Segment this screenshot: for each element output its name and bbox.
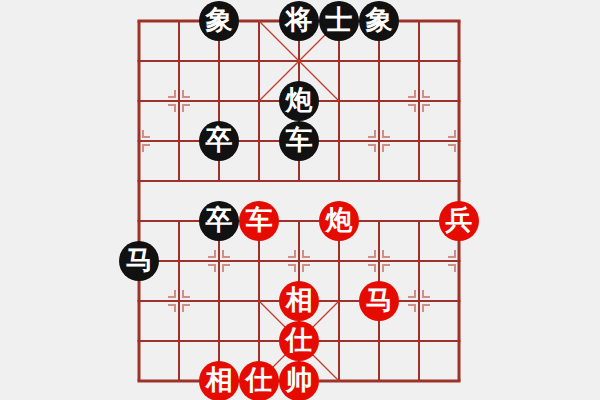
piece-glyph: 仕 — [286, 327, 313, 354]
piece-glyph: 仕 — [246, 367, 273, 394]
piece-glyph: 象 — [206, 7, 233, 34]
piece-black-elephant[interactable]: 象 — [199, 1, 239, 41]
piece-glyph: 象 — [366, 7, 393, 34]
xiangqi-pieces-layer: 象将士象炮卒车卒马车炮兵相马仕相仕帅 — [119, 1, 479, 400]
piece-glyph: 车 — [246, 207, 273, 234]
piece-glyph: 卒 — [206, 127, 233, 154]
piece-red-chariot[interactable]: 车 — [239, 201, 279, 241]
piece-glyph: 炮 — [286, 87, 313, 114]
piece-glyph: 帅 — [286, 367, 313, 394]
piece-glyph: 炮 — [326, 207, 353, 234]
piece-red-elephant[interactable]: 相 — [279, 281, 319, 321]
piece-black-general[interactable]: 将 — [279, 1, 319, 41]
piece-glyph: 兵 — [446, 207, 473, 234]
piece-black-chariot[interactable]: 车 — [279, 121, 319, 161]
piece-red-horse[interactable]: 马 — [359, 281, 399, 321]
piece-black-horse[interactable]: 马 — [119, 241, 159, 281]
piece-black-elephant[interactable]: 象 — [359, 1, 399, 41]
piece-red-advisor[interactable]: 仕 — [279, 321, 319, 361]
piece-red-soldier[interactable]: 兵 — [439, 201, 479, 241]
piece-black-soldier[interactable]: 卒 — [199, 201, 239, 241]
piece-glyph: 士 — [326, 7, 353, 34]
piece-glyph: 马 — [126, 247, 153, 274]
piece-black-cannon[interactable]: 炮 — [279, 81, 319, 121]
piece-red-elephant[interactable]: 相 — [199, 361, 239, 400]
piece-red-advisor[interactable]: 仕 — [239, 361, 279, 400]
piece-red-general[interactable]: 帅 — [279, 361, 319, 400]
piece-glyph: 车 — [286, 127, 313, 154]
piece-black-advisor[interactable]: 士 — [319, 1, 359, 41]
piece-glyph: 马 — [366, 287, 393, 314]
piece-glyph: 将 — [286, 7, 313, 34]
xiangqi-screenshot: 象将士象炮卒车卒马车炮兵相马仕相仕帅 — [0, 0, 600, 400]
piece-glyph: 相 — [206, 367, 233, 394]
piece-glyph: 相 — [286, 287, 313, 314]
piece-red-cannon[interactable]: 炮 — [319, 201, 359, 241]
piece-glyph: 卒 — [206, 207, 233, 234]
piece-black-soldier[interactable]: 卒 — [199, 121, 239, 161]
